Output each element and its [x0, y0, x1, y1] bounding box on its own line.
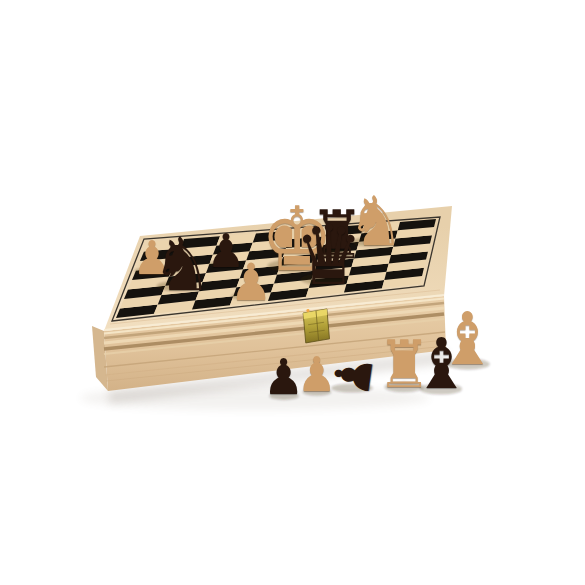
- piece-black-knight-b3[interactable]: ♞: [141, 228, 222, 302]
- piece-black-queen-f2[interactable]: ♛: [283, 214, 375, 297]
- piece-black-pawn-offboard[interactable]: ♟: [257, 353, 312, 402]
- product-photo-chess-box: ♞♜♟♚♟♛♞♟♝♜♟♝♟♟: [0, 0, 585, 585]
- brass-clasp: [303, 307, 330, 343]
- piece-white-pawn-d1[interactable]: ♟: [222, 257, 279, 308]
- piece-black-bishop-offboard[interactable]: ♝: [402, 329, 480, 399]
